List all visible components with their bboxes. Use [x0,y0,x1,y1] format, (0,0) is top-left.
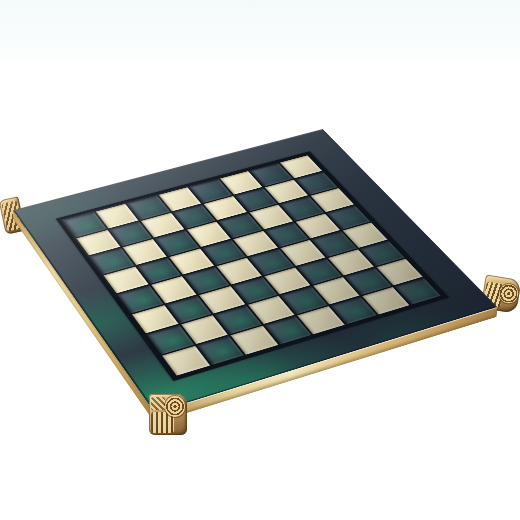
square-r5c1[interactable] [117,285,162,313]
square-r5c2[interactable] [151,276,196,303]
square-r7c7[interactable] [345,268,391,295]
square-r6c3[interactable] [199,286,245,314]
board-top-surface [13,129,498,413]
square-r7c3[interactable] [214,305,261,333]
square-r8c1[interactable] [162,346,210,376]
foot-volute-icon [498,283,519,304]
square-r8c3[interactable] [230,326,277,355]
scene [0,0,520,520]
square-r6c4[interactable] [232,277,278,304]
square-r6c1[interactable] [132,305,178,333]
square-r5c3[interactable] [184,267,229,294]
square-r4c1[interactable] [103,266,148,293]
square-r5c4[interactable] [216,258,261,285]
square-r4c2[interactable] [136,257,181,284]
square-r6c5[interactable] [264,267,310,294]
square-r6c2[interactable] [166,295,212,323]
square-r6c6[interactable] [296,258,342,285]
square-r8c4[interactable] [264,316,311,345]
square-r7c2[interactable] [181,315,228,344]
square-r7c6[interactable] [313,277,359,304]
board-foot-front [149,394,187,435]
square-r7c4[interactable] [248,296,295,324]
foot-volute-icon [165,396,186,417]
square-r8c8[interactable] [394,278,441,305]
square-r7c5[interactable] [280,286,327,314]
square-r7c1[interactable] [147,325,194,354]
square-r7c8[interactable] [376,259,422,286]
board-3d-surface [13,129,498,413]
square-r8c5[interactable] [297,306,344,334]
square-r8c7[interactable] [362,287,409,315]
square-r8c2[interactable] [196,336,244,366]
square-r8c6[interactable] [330,296,377,324]
